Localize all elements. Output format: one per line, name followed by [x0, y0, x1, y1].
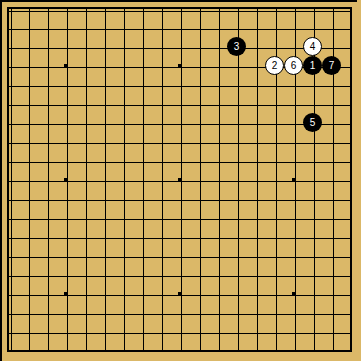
star-point: [64, 178, 68, 182]
star-point: [178, 292, 182, 296]
stone-black-move-1: 1: [303, 56, 322, 75]
star-point: [64, 292, 68, 296]
stone-white-move-6: 6: [284, 56, 303, 75]
go-board-diagram: 1234567: [0, 0, 361, 361]
stone-black-move-7: 7: [322, 56, 341, 75]
stone-white-move-2: 2: [265, 56, 284, 75]
star-point: [64, 64, 68, 68]
star-point: [292, 292, 296, 296]
star-point: [292, 178, 296, 182]
star-point: [178, 178, 182, 182]
stone-black-move-5: 5: [303, 113, 322, 132]
star-point: [178, 64, 182, 68]
stone-black-move-3: 3: [227, 37, 246, 56]
stone-white-move-4: 4: [303, 37, 322, 56]
board-grid: 1234567: [0, 0, 360, 360]
